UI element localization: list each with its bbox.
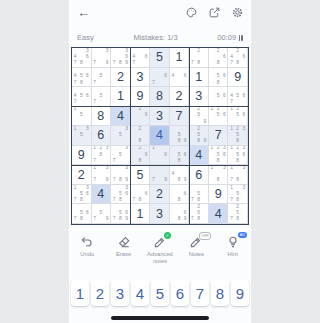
- cell-r4c4[interactable]: 26: [131, 107, 151, 127]
- cell-r1c3[interactable]: 36789: [111, 48, 131, 68]
- cell-r9c6[interactable]: 689: [170, 204, 190, 224]
- pencil-notes: 4567: [228, 87, 247, 106]
- pencil-notes: 46: [170, 68, 189, 87]
- cell-r4c3[interactable]: 4: [111, 107, 131, 127]
- cell-r2c5[interactable]: 67: [150, 68, 170, 88]
- cell-r3c9[interactable]: 4567: [228, 87, 248, 107]
- cell-value: 1: [136, 207, 143, 221]
- cell-r5c8[interactable]: 7: [209, 126, 229, 146]
- pencil-notes: 589: [170, 126, 189, 145]
- pencil-notes: 1256: [209, 107, 228, 126]
- cell-r4c9[interactable]: 1256: [228, 107, 248, 127]
- box-divider-vertical-1: [130, 48, 131, 224]
- cell-value: 4: [97, 187, 104, 201]
- cell-r8c2[interactable]: 4: [92, 185, 112, 205]
- cell-r8c6[interactable]: 68: [170, 185, 190, 205]
- difficulty-label: Easy: [77, 33, 94, 42]
- cell-r9c5[interactable]: 3: [150, 204, 170, 224]
- cell-value: 5: [136, 168, 143, 182]
- cell-r5c6[interactable]: 589: [170, 126, 190, 146]
- cell-r9c1[interactable]: 5678: [72, 204, 92, 224]
- pencil-notes: 3789: [111, 165, 130, 184]
- cell-r3c3[interactable]: 1: [111, 87, 131, 107]
- cell-value: 7: [176, 109, 183, 123]
- pencil-notes: 2578: [189, 204, 208, 223]
- undo-icon: [80, 235, 94, 249]
- cell-r7c8[interactable]: 138: [209, 165, 229, 185]
- cell-r7c4[interactable]: 5: [131, 165, 151, 185]
- cell-r6c5[interactable]: 16: [150, 146, 170, 166]
- cell-r4c2[interactable]: 8: [92, 107, 112, 127]
- cell-r7c1[interactable]: 2: [72, 165, 92, 185]
- cell-r3c7[interactable]: 3: [189, 87, 209, 107]
- pencil-notes: 489: [170, 165, 189, 184]
- cell-r8c7[interactable]: 578: [189, 185, 209, 205]
- cell-r9c4[interactable]: 1: [131, 204, 151, 224]
- pencil-notes: 1256: [228, 107, 247, 126]
- cell-r5c9[interactable]: 12358: [228, 126, 248, 146]
- pencil-notes: 138: [209, 165, 228, 184]
- back-icon[interactable]: ←: [77, 6, 90, 20]
- numpad-key-7[interactable]: 7: [191, 280, 209, 306]
- cell-value: 9: [215, 187, 222, 201]
- cell-r4c5[interactable]: 3: [150, 107, 170, 127]
- pencil-notes: 5678: [72, 204, 91, 223]
- numpad-key-6[interactable]: 6: [171, 280, 189, 306]
- cell-r8c4[interactable]: 678: [131, 185, 151, 205]
- pencil-notes: 135: [72, 126, 91, 145]
- toolbar: Undo Erase ✓ Advanced notes: [69, 235, 251, 265]
- cell-r2c3[interactable]: 2: [111, 68, 131, 88]
- settings-gear-icon[interactable]: [231, 6, 244, 19]
- cell-value: 8: [97, 109, 104, 123]
- numpad-key-2[interactable]: 2: [91, 280, 109, 306]
- cell-value: 8: [156, 89, 163, 103]
- cell-r4c6[interactable]: 7: [170, 107, 190, 127]
- pencil-notes: 678: [131, 185, 150, 204]
- cell-value: 4: [117, 109, 124, 123]
- cell-r6c8[interactable]: 123568: [209, 146, 229, 166]
- cell-value: 4: [215, 207, 222, 221]
- pencil-notes: 36789: [111, 48, 130, 67]
- cell-r6c4[interactable]: 268: [131, 146, 151, 166]
- cell-r7c2[interactable]: 1379: [92, 165, 112, 185]
- cell-r1c7[interactable]: 278: [189, 48, 209, 68]
- cell-r1c6[interactable]: 1: [170, 48, 190, 68]
- cell-value: 1: [195, 70, 202, 84]
- pencil-notes: 35: [111, 126, 130, 145]
- pencil-icon: OFF: [189, 235, 203, 249]
- cell-r5c7[interactable]: 2589: [189, 126, 209, 146]
- cell-r8c5[interactable]: 2: [150, 185, 170, 205]
- pencil-notes: 12358: [228, 126, 247, 145]
- pencil-notes: 35678: [111, 185, 130, 204]
- pencil-notes: 13578: [228, 185, 247, 204]
- status-row: Easy Mistakes: 1/3 00:09: [77, 33, 243, 42]
- notes-off-badge: OFF: [199, 232, 212, 240]
- cell-r6c7[interactable]: 4: [189, 146, 209, 166]
- cell-r3c6[interactable]: 2: [170, 87, 190, 107]
- pencil-notes: 379: [92, 48, 111, 67]
- cell-value: 1: [117, 89, 124, 103]
- pencil-notes: 79: [150, 165, 169, 184]
- cell-r2c7[interactable]: 1: [189, 68, 209, 88]
- cell-value: 5: [156, 50, 163, 64]
- sudoku-app: ←: [69, 0, 251, 323]
- cell-r3c2[interactable]: 57: [92, 87, 112, 107]
- cell-r9c2[interactable]: 579: [92, 204, 112, 224]
- pencil-notes: 45678: [72, 68, 91, 87]
- cell-r4c8[interactable]: 1256: [209, 107, 229, 127]
- cell-value: 6: [195, 168, 202, 182]
- cell-r5c1[interactable]: 135: [72, 126, 92, 146]
- box-divider-horizontal-2: [72, 165, 248, 166]
- palette-icon[interactable]: [185, 6, 198, 19]
- cell-r7c3[interactable]: 3789: [111, 165, 131, 185]
- numpad-key-9[interactable]: 9: [231, 280, 249, 306]
- numpad-key-1[interactable]: 1: [71, 280, 89, 306]
- pencil-icon: ✓: [153, 235, 167, 249]
- cell-value: 3: [156, 207, 163, 221]
- cell-r2c8[interactable]: 568: [209, 68, 229, 88]
- pencil-notes: 568: [209, 68, 228, 87]
- board-frame: 3467837936789467512782682467845678572367…: [71, 47, 249, 225]
- cell-r1c9[interactable]: 24678: [228, 48, 248, 68]
- erase-button[interactable]: Erase: [107, 235, 141, 258]
- pencil-notes: 34678: [72, 48, 91, 67]
- cell-r3c1[interactable]: 4567: [72, 87, 92, 107]
- pencil-notes: 4567: [72, 87, 91, 106]
- cell-r5c5[interactable]: 4: [150, 126, 170, 146]
- pencil-notes: 467: [131, 48, 150, 67]
- undo-label: Undo: [80, 251, 94, 258]
- pencil-notes: 268: [209, 48, 228, 67]
- pencil-notes: 135678: [72, 185, 91, 204]
- cell-value: 3: [136, 70, 143, 84]
- hint-ad-badge: AD: [238, 232, 247, 238]
- hint-button[interactable]: AD Hint: [216, 235, 250, 258]
- cell-value: 9: [234, 70, 241, 84]
- cell-r5c4[interactable]: 28: [131, 126, 151, 146]
- eraser-icon: [117, 235, 131, 249]
- top-bar: ←: [69, 4, 251, 24]
- share-icon[interactable]: [208, 6, 221, 19]
- cell-r1c8[interactable]: 268: [209, 48, 229, 68]
- timer-group: 00:09: [217, 33, 243, 42]
- pencil-notes: 259: [189, 107, 208, 126]
- cell-r8c9[interactable]: 13578: [228, 185, 248, 205]
- pencil-notes: 579: [92, 204, 111, 223]
- lightbulb-icon: AD: [226, 235, 240, 249]
- cell-r5c2[interactable]: 6: [92, 126, 112, 146]
- pencil-notes: 689: [170, 204, 189, 223]
- cell-r1c2[interactable]: 379: [92, 48, 112, 68]
- pencil-notes: 16: [150, 146, 169, 165]
- pencil-notes: 68: [170, 185, 189, 204]
- pencil-notes: 1378: [228, 165, 247, 184]
- cell-r1c4[interactable]: 467: [131, 48, 151, 68]
- cell-r1c5[interactable]: 5: [150, 48, 170, 68]
- cell-value: 4: [156, 128, 163, 142]
- cell-r1c1[interactable]: 34678: [72, 48, 92, 68]
- pencil-notes: 2589: [189, 126, 208, 145]
- cell-r7c6[interactable]: 489: [170, 165, 190, 185]
- cell-r9c3[interactable]: 56789: [111, 204, 131, 224]
- cell-value: 7: [215, 128, 222, 142]
- cell-r3c4[interactable]: 9: [131, 87, 151, 107]
- top-bar-actions: [185, 6, 244, 19]
- pause-icon[interactable]: [239, 35, 243, 41]
- cell-value: 6: [97, 128, 104, 142]
- pencil-notes: 57: [92, 87, 111, 106]
- box-divider-horizontal-1: [72, 106, 248, 107]
- cell-value: 1: [176, 50, 183, 64]
- cell-r6c3[interactable]: 357: [111, 146, 131, 166]
- pencil-notes: 1379: [92, 165, 111, 184]
- cell-r7c7[interactable]: 6: [189, 165, 209, 185]
- cell-value: 2: [117, 70, 124, 84]
- number-pad: 1 2 3 4 5 6 7 8 9: [71, 280, 249, 306]
- cell-value: 3: [195, 89, 202, 103]
- cell-r2c4[interactable]: 3: [131, 68, 151, 88]
- pencil-notes: 15: [72, 107, 91, 126]
- pencil-notes: 12357: [92, 146, 111, 165]
- pencil-notes: 67: [150, 68, 169, 87]
- pencil-notes: 568: [170, 146, 189, 165]
- advanced-notes-on-badge: ✓: [164, 232, 171, 239]
- cell-value: 3: [156, 109, 163, 123]
- sudoku-board: 3467837936789467512782682467845678572367…: [72, 48, 248, 224]
- cell-r9c7[interactable]: 2578: [189, 204, 209, 224]
- cell-r2c1[interactable]: 45678: [72, 68, 92, 88]
- pencil-notes: 56789: [111, 204, 130, 223]
- cell-r7c5[interactable]: 79: [150, 165, 170, 185]
- cell-value: 2: [156, 187, 163, 201]
- cell-value: 2: [176, 89, 183, 103]
- pencil-notes: 2578: [228, 204, 247, 223]
- hint-label: Hint: [228, 251, 238, 258]
- box-divider-vertical-2: [189, 48, 190, 224]
- cell-r4c7[interactable]: 259: [189, 107, 209, 127]
- cell-r4c1[interactable]: 15: [72, 107, 92, 127]
- cell-value: 4: [195, 148, 202, 162]
- cell-r9c8[interactable]: 4: [209, 204, 229, 224]
- advanced-notes-label: Advanced notes: [143, 251, 177, 265]
- undo-button[interactable]: Undo: [70, 235, 104, 258]
- home-indicator[interactable]: [111, 316, 209, 320]
- cell-r3c5[interactable]: 8: [150, 87, 170, 107]
- cell-r7c9[interactable]: 1378: [228, 165, 248, 185]
- numpad-key-8[interactable]: 8: [211, 280, 229, 306]
- notes-button[interactable]: OFF Notes: [179, 235, 213, 258]
- timer-value: 00:09: [217, 33, 236, 42]
- pencil-notes: 123568: [209, 146, 228, 165]
- pencil-notes: 24678: [228, 48, 247, 67]
- pencil-notes: 56: [209, 87, 228, 106]
- notes-label: Notes: [189, 251, 204, 258]
- cell-r8c8[interactable]: 9: [209, 185, 229, 205]
- pencil-notes: 26: [131, 107, 150, 126]
- mistakes-label: Mistakes: 1/3: [133, 33, 177, 42]
- cell-value: 2: [78, 168, 85, 182]
- numpad-key-4[interactable]: 4: [131, 280, 149, 306]
- pencil-notes: 123568: [228, 146, 247, 165]
- pencil-notes: 28: [131, 126, 150, 145]
- pencil-notes: 357: [111, 146, 130, 165]
- advanced-notes-button[interactable]: ✓ Advanced notes: [143, 235, 177, 265]
- pencil-notes: 57: [92, 68, 111, 87]
- cell-r6c1[interactable]: 9: [72, 146, 92, 166]
- numpad-key-5[interactable]: 5: [151, 280, 169, 306]
- cell-value: 9: [78, 148, 85, 162]
- cell-r3c8[interactable]: 56: [209, 87, 229, 107]
- cell-r2c6[interactable]: 46: [170, 68, 190, 88]
- numpad-key-3[interactable]: 3: [111, 280, 129, 306]
- cell-r6c6[interactable]: 568: [170, 146, 190, 166]
- pencil-notes: 268: [131, 146, 150, 165]
- pencil-notes: 578: [189, 185, 208, 204]
- pencil-notes: 278: [189, 48, 208, 67]
- erase-label: Erase: [116, 251, 131, 258]
- cell-r2c9[interactable]: 9: [228, 68, 248, 88]
- cell-r6c2[interactable]: 12357: [92, 146, 112, 166]
- cell-r5c3[interactable]: 35: [111, 126, 131, 146]
- cell-r8c1[interactable]: 135678: [72, 185, 92, 205]
- cell-value: 9: [136, 89, 143, 103]
- cell-r2c2[interactable]: 57: [92, 68, 112, 88]
- cell-r9c9[interactable]: 2578: [228, 204, 248, 224]
- cell-r8c3[interactable]: 35678: [111, 185, 131, 205]
- cell-r6c9[interactable]: 123568: [228, 146, 248, 166]
